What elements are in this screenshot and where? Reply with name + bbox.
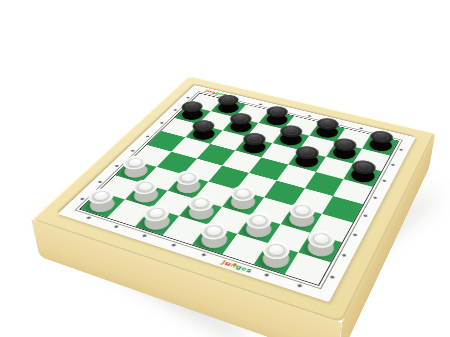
white-piece[interactable] (129, 177, 162, 196)
margin-tick (373, 196, 377, 198)
margin-tick (330, 275, 335, 278)
margin-tick (264, 273, 269, 276)
margin-tick (142, 234, 146, 237)
margin-tick (359, 127, 363, 129)
margin-tick (297, 284, 302, 287)
margin-tick (385, 134, 389, 136)
margin-tick (131, 149, 134, 151)
margin-tick (114, 225, 118, 228)
margin-tick (391, 164, 395, 166)
margin-tick (283, 109, 286, 111)
margin-tick (81, 197, 85, 199)
white-piece[interactable] (172, 169, 204, 188)
margin-tick (333, 121, 337, 123)
margin-tick (212, 92, 215, 94)
margin-tick (307, 115, 311, 117)
margin-tick (160, 122, 163, 124)
margin-tick (353, 233, 357, 236)
margin-tick (363, 214, 367, 217)
margin-tick (115, 165, 119, 167)
margin-tick (146, 135, 149, 137)
margin-tick (99, 181, 103, 183)
margin-tick (235, 98, 238, 100)
wooden-box: Junges Junges (31, 76, 435, 323)
margin-tick (86, 216, 90, 219)
margin-tick (174, 109, 177, 111)
margin-tick (258, 103, 261, 105)
margin-tick (382, 179, 386, 181)
margin-tick (201, 253, 205, 256)
margin-tick (171, 244, 175, 247)
product-photo: Junges Junges (0, 0, 450, 337)
margin-tick (342, 253, 347, 256)
margin-tick (187, 97, 190, 99)
margin-tick (399, 148, 403, 150)
